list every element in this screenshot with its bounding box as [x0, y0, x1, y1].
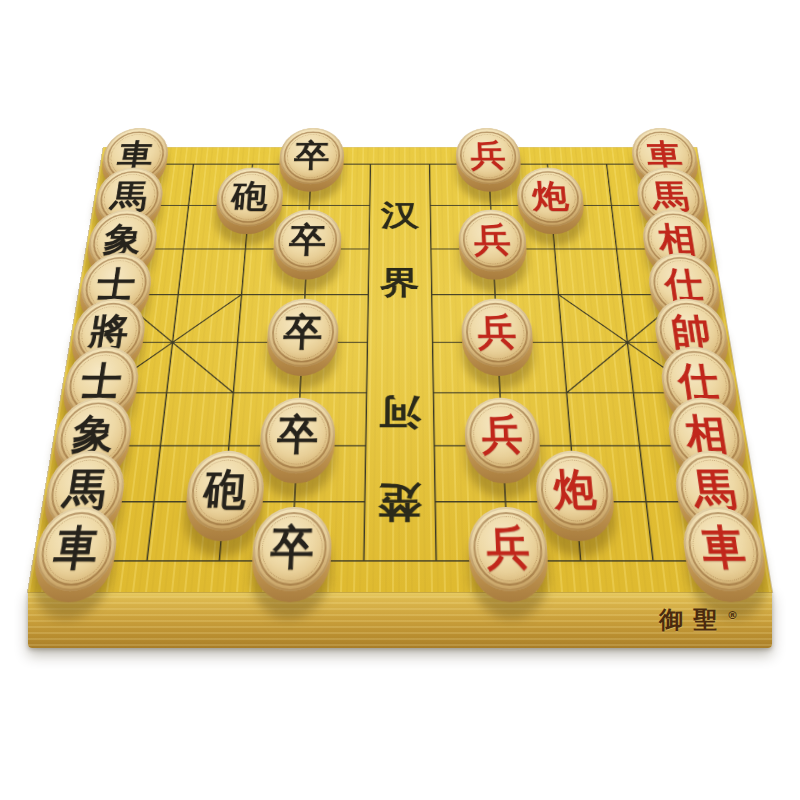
piece-character: 卒 — [269, 524, 314, 570]
piece-character: 相 — [683, 413, 730, 455]
piece-red-soldier[interactable]: 兵 — [458, 209, 528, 271]
piece-character: 象 — [70, 413, 117, 455]
piece-red-soldier[interactable]: 兵 — [461, 299, 535, 367]
piece-character: 車 — [51, 524, 101, 570]
piece-red-soldier[interactable]: 兵 — [455, 128, 522, 184]
piece-character: 馬 — [109, 180, 150, 212]
piece-black-soldier[interactable]: 卒 — [258, 397, 336, 473]
piece-character: 卒 — [276, 413, 319, 455]
piece-character: 象 — [102, 222, 144, 256]
piece-character: 馬 — [690, 467, 739, 511]
piece-black-soldier[interactable]: 卒 — [250, 507, 333, 591]
piece-character: 卒 — [283, 313, 324, 350]
piece-character: 馬 — [61, 467, 110, 511]
piece-black-cannon[interactable]: 砲 — [214, 168, 285, 227]
piece-black-soldier[interactable]: 卒 — [265, 299, 339, 367]
piece-character: 卒 — [288, 222, 327, 256]
piece-red-soldier[interactable]: 兵 — [464, 397, 542, 473]
piece-top-face: 兵 — [455, 128, 522, 184]
piece-red-cannon[interactable]: 炮 — [534, 451, 617, 531]
piece-red-chariot[interactable]: 車 — [679, 507, 770, 591]
river-label: 界 — [380, 267, 420, 299]
piece-character: 兵 — [473, 222, 512, 256]
piece-character: 相 — [656, 222, 698, 256]
piece-black-cannon[interactable]: 砲 — [183, 451, 266, 531]
piece-character: 帥 — [669, 313, 713, 350]
piece-top-face: 車 — [30, 507, 121, 591]
piece-character: 仕 — [676, 362, 722, 401]
piece-character: 馬 — [650, 180, 691, 212]
piece-character: 車 — [698, 524, 748, 570]
piece-top-face: 兵 — [458, 209, 528, 271]
piece-character: 兵 — [470, 140, 507, 171]
piece-character: 炮 — [552, 467, 598, 511]
piece-character: 士 — [95, 266, 138, 302]
piece-red-soldier[interactable]: 兵 — [467, 507, 550, 591]
piece-character: 卒 — [293, 140, 330, 171]
xiangqi-board: 汉界河楚 車馬象士將士象馬車砲砲卒卒卒卒卒兵兵兵兵兵炮炮車馬相仕帥仕相馬車 — [28, 147, 772, 592]
piece-character: 砲 — [230, 180, 269, 212]
piece-character: 炮 — [531, 180, 570, 212]
piece-character: 兵 — [481, 413, 524, 455]
piece-red-cannon[interactable]: 炮 — [516, 168, 587, 227]
piece-black-soldier[interactable]: 卒 — [278, 128, 345, 184]
piece-character: 兵 — [477, 313, 518, 350]
river-label: 楚 — [378, 483, 423, 522]
river-label: 汉 — [381, 200, 419, 229]
piece-character: 砲 — [202, 467, 248, 511]
xiangqi-product-photo: 御聖® 汉界河楚 車馬象士將士象馬車砲砲卒卒卒卒卒兵兵兵兵兵炮炮車馬相仕帥仕相馬… — [0, 0, 800, 800]
piece-black-chariot[interactable]: 車 — [30, 507, 121, 591]
piece-character: 兵 — [485, 524, 530, 570]
board-scene: 汉界河楚 車馬象士將士象馬車砲砲卒卒卒卒卒兵兵兵兵兵炮炮車馬相仕帥仕相馬車 — [0, 0, 800, 800]
piece-character: 車 — [116, 140, 156, 171]
piece-character: 士 — [79, 362, 125, 401]
river-label: 河 — [379, 395, 422, 431]
piece-character: 將 — [87, 313, 131, 350]
piece-character: 仕 — [662, 266, 705, 302]
piece-black-soldier[interactable]: 卒 — [272, 209, 342, 271]
piece-character: 車 — [644, 140, 684, 171]
